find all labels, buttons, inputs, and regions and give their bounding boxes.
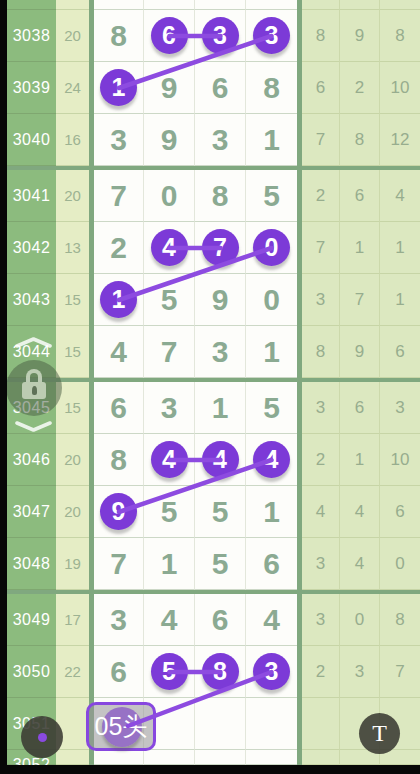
- digit-cell[interactable]: [94, 0, 144, 10]
- digit-cell[interactable]: 5: [246, 382, 297, 434]
- digit-cell[interactable]: [195, 698, 246, 750]
- stat-cell: 7: [340, 274, 380, 326]
- stat-cell: 8: [380, 594, 420, 646]
- digit-cell[interactable]: 9: [144, 62, 195, 114]
- digit-cell[interactable]: 3: [195, 114, 246, 166]
- digit-cell[interactable]: 5: [144, 274, 195, 326]
- stat-cell: 9: [340, 10, 380, 62]
- stat-cell: 1: [340, 222, 380, 274]
- row-3052-partial: 3052: [7, 750, 420, 765]
- stat-cell: 7: [380, 646, 420, 698]
- draw-id: 3042: [7, 222, 56, 274]
- stat-cell: 2: [302, 170, 340, 222]
- digit-cell[interactable]: [195, 0, 246, 10]
- digit-cell[interactable]: [144, 750, 195, 765]
- digit-cell[interactable]: 4: [195, 434, 246, 486]
- lock-button[interactable]: [6, 360, 62, 416]
- digit-cell[interactable]: [144, 0, 195, 10]
- digit-cell[interactable]: 5: [195, 486, 246, 538]
- draw-id: 3050: [7, 646, 56, 698]
- row-top-partial: [7, 0, 420, 10]
- stat-cell: 2: [340, 62, 380, 114]
- digit-cell[interactable]: 8: [195, 170, 246, 222]
- row-3048: 3048197156340: [7, 538, 420, 590]
- digit-cell[interactable]: [195, 750, 246, 765]
- sum-value: 20: [56, 486, 89, 538]
- digit-cell[interactable]: 1: [195, 382, 246, 434]
- digit-cell[interactable]: 8: [195, 646, 246, 698]
- circled-digit: 1: [100, 69, 137, 106]
- digit-cell[interactable]: 3: [246, 10, 297, 62]
- digit-cell[interactable]: 3: [195, 326, 246, 378]
- circled-digit: 5: [151, 653, 188, 690]
- stat-cell: 0: [380, 538, 420, 590]
- circled-digit: 4: [202, 441, 239, 478]
- left-edge-bar: [0, 0, 7, 774]
- row-3040: 30401639317812: [7, 114, 420, 166]
- row-3043: 3043151590371: [7, 274, 420, 326]
- stat-cell: [302, 750, 340, 765]
- digit-cell[interactable]: 8: [246, 62, 297, 114]
- stat-cell: 0: [340, 594, 380, 646]
- circled-digit: 3: [253, 653, 290, 690]
- draw-id: [7, 0, 56, 10]
- trend-grid: 3038208633898303924196862103040163931781…: [7, 0, 420, 765]
- draw-id: 3038: [7, 10, 56, 62]
- draw-id: 3040: [7, 114, 56, 166]
- stat-cell: 1: [340, 434, 380, 486]
- digit-cell[interactable]: 1: [94, 62, 144, 114]
- digit-cell[interactable]: 4: [144, 222, 195, 274]
- digit-cell[interactable]: 1: [246, 114, 297, 166]
- stat-cell: 3: [302, 538, 340, 590]
- circled-digit: 4: [253, 441, 290, 478]
- draw-id: 3041: [7, 170, 56, 222]
- purple-dot-icon: [38, 733, 47, 742]
- digit-cell[interactable]: 8: [94, 434, 144, 486]
- sum-value: 15: [56, 326, 89, 378]
- trend-chart-screen: 3038208633898303924196862103040163931781…: [0, 0, 420, 774]
- stat-cell: 8: [302, 326, 340, 378]
- draw-id: 3039: [7, 62, 56, 114]
- digit-cell[interactable]: 1: [246, 326, 297, 378]
- row-3044: 3044154731896: [7, 326, 420, 378]
- draw-id: 3047: [7, 486, 56, 538]
- row-3046: 30462084442110: [7, 434, 420, 486]
- sum-value: 17: [56, 594, 89, 646]
- row-3038: 3038208633898: [7, 10, 420, 62]
- digit-cell[interactable]: 3: [195, 10, 246, 62]
- stat-cell: 3: [340, 646, 380, 698]
- digit-cell[interactable]: 6: [195, 594, 246, 646]
- digit-cell[interactable]: 6: [144, 10, 195, 62]
- stat-cell: 4: [340, 538, 380, 590]
- digit-cell[interactable]: 0: [246, 274, 297, 326]
- stat-cell: [380, 0, 420, 10]
- stat-cell: 3: [302, 274, 340, 326]
- stat-cell: 4: [302, 486, 340, 538]
- row-3039: 30392419686210: [7, 62, 420, 114]
- digit-cell[interactable]: 7: [94, 538, 144, 590]
- digit-cell[interactable]: 0: [246, 222, 297, 274]
- digit-cell[interactable]: 1: [94, 274, 144, 326]
- head-selection-label: 05头: [89, 705, 153, 748]
- digit-cell[interactable]: 3: [246, 646, 297, 698]
- circled-digit: 8: [202, 653, 239, 690]
- digit-cell[interactable]: 5: [144, 486, 195, 538]
- dot-button[interactable]: [21, 716, 63, 758]
- digit-cell[interactable]: 1: [246, 486, 297, 538]
- draw-id: 3049: [7, 594, 56, 646]
- digit-cell[interactable]: [246, 750, 297, 765]
- digit-cell[interactable]: 5: [246, 170, 297, 222]
- digit-cell[interactable]: 7: [144, 326, 195, 378]
- digit-cell[interactable]: 2: [94, 222, 144, 274]
- digit-cell[interactable]: 6: [195, 62, 246, 114]
- stat-cell: 4: [380, 170, 420, 222]
- digit-cell[interactable]: 6: [246, 538, 297, 590]
- stat-cell: [302, 0, 340, 10]
- digit-cell[interactable]: 3: [144, 382, 195, 434]
- digit-cell[interactable]: 4: [246, 594, 297, 646]
- stat-cell: 6: [380, 326, 420, 378]
- circled-digit: 7: [202, 229, 239, 266]
- lock-icon: [26, 369, 42, 382]
- stat-cell: 10: [380, 62, 420, 114]
- digit-cell[interactable]: [246, 0, 297, 10]
- stat-cell: 4: [340, 486, 380, 538]
- draw-id: 3043: [7, 274, 56, 326]
- digit-cell[interactable]: 5: [144, 646, 195, 698]
- draw-id: 3046: [7, 434, 56, 486]
- stat-cell: 8: [302, 10, 340, 62]
- row-3041: 3041207085264: [7, 170, 420, 222]
- circled-digit: 3: [253, 17, 290, 54]
- stat-cell: 9: [340, 326, 380, 378]
- digit-cell[interactable]: [246, 698, 297, 750]
- digit-cell[interactable]: 4: [246, 434, 297, 486]
- stat-cell: 1: [380, 222, 420, 274]
- circled-digit: 0: [253, 229, 290, 266]
- digit-cell[interactable]: 1: [144, 538, 195, 590]
- stat-cell: [340, 0, 380, 10]
- digit-cell[interactable]: 8: [94, 10, 144, 62]
- circled-digit: 4: [151, 229, 188, 266]
- sum-value: 19: [56, 538, 89, 590]
- stat-cell: 12: [380, 114, 420, 166]
- digit-cell[interactable]: 7: [195, 222, 246, 274]
- digit-cell[interactable]: 3: [94, 594, 144, 646]
- digit-cell[interactable]: 3: [94, 114, 144, 166]
- digit-cell[interactable]: 4: [144, 594, 195, 646]
- row-3051: 3051: [7, 698, 420, 750]
- stat-cell: 6: [340, 382, 380, 434]
- sum-value: 24: [56, 62, 89, 114]
- stat-cell: 6: [340, 170, 380, 222]
- row-3045: 3045156315363: [7, 382, 420, 434]
- sum-value: 16: [56, 114, 89, 166]
- stat-cell: [302, 698, 340, 750]
- stat-cell: 3: [380, 382, 420, 434]
- sum-value: [56, 750, 89, 765]
- digit-cell[interactable]: 9: [195, 274, 246, 326]
- stat-cell: 3: [302, 594, 340, 646]
- sum-value: 22: [56, 646, 89, 698]
- stat-cell: 2: [302, 434, 340, 486]
- sum-value: 13: [56, 222, 89, 274]
- digit-cell[interactable]: 9: [144, 114, 195, 166]
- digit-cell[interactable]: [94, 750, 144, 765]
- t-button[interactable]: T: [359, 713, 400, 754]
- digit-cell[interactable]: 4: [144, 434, 195, 486]
- bottom-edge-bar: [0, 765, 420, 774]
- digit-cell[interactable]: 5: [195, 538, 246, 590]
- head-selection-box[interactable]: 05头: [86, 702, 156, 751]
- row-3050: 3050226583237: [7, 646, 420, 698]
- stat-cell: 10: [380, 434, 420, 486]
- stat-cell: 8: [380, 10, 420, 62]
- stat-cell: 6: [302, 62, 340, 114]
- stat-cell: 6: [380, 486, 420, 538]
- sum-value: 20: [56, 170, 89, 222]
- sum-value: 20: [56, 434, 89, 486]
- stat-cell: 7: [302, 114, 340, 166]
- row-3049: 3049173464308: [7, 594, 420, 646]
- stat-cell: 7: [302, 222, 340, 274]
- digit-cell[interactable]: 6: [94, 646, 144, 698]
- digit-cell[interactable]: 9: [94, 486, 144, 538]
- circled-digit: 3: [202, 17, 239, 54]
- digit-cell[interactable]: 4: [94, 326, 144, 378]
- stat-cell: 2: [302, 646, 340, 698]
- circled-digit: 9: [100, 493, 137, 530]
- row-3047: 3047209551446: [7, 486, 420, 538]
- sum-value: [56, 0, 89, 10]
- circled-digit: 4: [151, 441, 188, 478]
- circled-digit: 6: [151, 17, 188, 54]
- sum-value: 15: [56, 274, 89, 326]
- stat-cell: 1: [380, 274, 420, 326]
- digit-cell[interactable]: 7: [94, 170, 144, 222]
- draw-id: 3048: [7, 538, 56, 590]
- stat-cell: 8: [340, 114, 380, 166]
- digit-cell[interactable]: 6: [94, 382, 144, 434]
- row-3042: 3042132470711: [7, 222, 420, 274]
- digit-cell[interactable]: 0: [144, 170, 195, 222]
- chevron-down-icon[interactable]: [15, 421, 52, 432]
- circled-digit: 1: [100, 281, 137, 318]
- sum-value: 20: [56, 10, 89, 62]
- stat-cell: 3: [302, 382, 340, 434]
- chevron-up-icon[interactable]: [15, 337, 52, 348]
